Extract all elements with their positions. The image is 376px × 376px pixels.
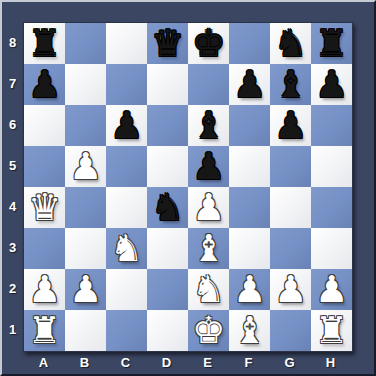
square-h6[interactable]	[311, 105, 352, 146]
square-d5[interactable]	[147, 146, 188, 187]
square-h5[interactable]	[311, 146, 352, 187]
black-pawn-e5: ♟	[188, 146, 229, 187]
square-c5[interactable]	[106, 146, 147, 187]
square-h8[interactable]: ♜	[311, 23, 352, 64]
square-g3[interactable]	[270, 228, 311, 269]
file-label-g: G	[269, 353, 310, 374]
square-c1[interactable]	[106, 310, 147, 351]
black-king-e8: ♚	[188, 23, 229, 64]
square-b7[interactable]	[65, 64, 106, 105]
rank-label-4: 4	[2, 186, 23, 227]
square-b3[interactable]	[65, 228, 106, 269]
white-rook-h1: ♜	[311, 310, 352, 351]
square-e4[interactable]: ♟	[188, 187, 229, 228]
white-pawn-h2: ♟	[311, 269, 352, 310]
square-a7[interactable]: ♟	[24, 64, 65, 105]
white-pawn-b5: ♟	[65, 146, 106, 187]
square-g2[interactable]: ♟	[270, 269, 311, 310]
square-e2[interactable]: ♞	[188, 269, 229, 310]
square-c3[interactable]: ♞	[106, 228, 147, 269]
square-a4[interactable]: ♛	[24, 187, 65, 228]
white-pawn-b2: ♟	[65, 269, 106, 310]
white-pawn-a2: ♟	[24, 269, 65, 310]
square-f5[interactable]	[229, 146, 270, 187]
white-knight-c3: ♞	[106, 228, 147, 269]
square-f4[interactable]	[229, 187, 270, 228]
file-label-e: E	[187, 353, 228, 374]
square-g7[interactable]: ♝	[270, 64, 311, 105]
square-d1[interactable]	[147, 310, 188, 351]
square-g8[interactable]: ♞	[270, 23, 311, 64]
file-label-d: D	[146, 353, 187, 374]
file-label-b: B	[64, 353, 105, 374]
black-knight-d4: ♞	[147, 187, 188, 228]
rank-label-8: 8	[2, 22, 23, 63]
square-d8[interactable]: ♛	[147, 23, 188, 64]
rank-label-2: 2	[2, 268, 23, 309]
white-knight-e2: ♞	[188, 269, 229, 310]
square-f1[interactable]: ♝	[229, 310, 270, 351]
black-pawn-f7: ♟	[229, 64, 270, 105]
square-f3[interactable]	[229, 228, 270, 269]
square-g4[interactable]	[270, 187, 311, 228]
board-frame: ♜♛♚♞♜♟♟♝♟♟♝♟♟♟♛♞♟♞♝♟♟♞♟♟♟♜♚♝♜ 87654321 A…	[0, 0, 376, 376]
square-e6[interactable]: ♝	[188, 105, 229, 146]
white-pawn-f2: ♟	[229, 269, 270, 310]
file-label-c: C	[105, 353, 146, 374]
square-b2[interactable]: ♟	[65, 269, 106, 310]
square-h2[interactable]: ♟	[311, 269, 352, 310]
square-e7[interactable]	[188, 64, 229, 105]
file-label-a: A	[23, 353, 64, 374]
square-b4[interactable]	[65, 187, 106, 228]
white-pawn-g2: ♟	[270, 269, 311, 310]
square-h1[interactable]: ♜	[311, 310, 352, 351]
square-g5[interactable]	[270, 146, 311, 187]
square-h3[interactable]	[311, 228, 352, 269]
square-e8[interactable]: ♚	[188, 23, 229, 64]
square-e3[interactable]: ♝	[188, 228, 229, 269]
white-pawn-e4: ♟	[188, 187, 229, 228]
black-knight-g8: ♞	[270, 23, 311, 64]
square-f7[interactable]: ♟	[229, 64, 270, 105]
square-c8[interactable]	[106, 23, 147, 64]
white-rook-a1: ♜	[24, 310, 65, 351]
square-e5[interactable]: ♟	[188, 146, 229, 187]
square-d7[interactable]	[147, 64, 188, 105]
black-rook-h8: ♜	[311, 23, 352, 64]
square-d2[interactable]	[147, 269, 188, 310]
square-a6[interactable]	[24, 105, 65, 146]
square-c6[interactable]: ♟	[106, 105, 147, 146]
white-king-e1: ♚	[188, 310, 229, 351]
square-d3[interactable]	[147, 228, 188, 269]
rank-label-5: 5	[2, 145, 23, 186]
square-b5[interactable]: ♟	[65, 146, 106, 187]
square-d4[interactable]: ♞	[147, 187, 188, 228]
square-b8[interactable]	[65, 23, 106, 64]
black-pawn-g6: ♟	[270, 105, 311, 146]
square-g1[interactable]	[270, 310, 311, 351]
rank-label-7: 7	[2, 63, 23, 104]
square-b1[interactable]	[65, 310, 106, 351]
square-f2[interactable]: ♟	[229, 269, 270, 310]
black-bishop-e6: ♝	[188, 105, 229, 146]
white-queen-a4: ♛	[24, 187, 65, 228]
rank-label-6: 6	[2, 104, 23, 145]
black-pawn-c6: ♟	[106, 105, 147, 146]
black-pawn-a7: ♟	[24, 64, 65, 105]
square-g6[interactable]: ♟	[270, 105, 311, 146]
square-a3[interactable]	[24, 228, 65, 269]
rank-label-3: 3	[2, 227, 23, 268]
chess-board: ♜♛♚♞♜♟♟♝♟♟♝♟♟♟♛♞♟♞♝♟♟♞♟♟♟♜♚♝♜	[23, 22, 353, 352]
rank-label-1: 1	[2, 309, 23, 350]
square-f8[interactable]	[229, 23, 270, 64]
black-bishop-g7: ♝	[270, 64, 311, 105]
square-c2[interactable]	[106, 269, 147, 310]
square-a1[interactable]: ♜	[24, 310, 65, 351]
square-a2[interactable]: ♟	[24, 269, 65, 310]
square-d6[interactable]	[147, 105, 188, 146]
square-h4[interactable]	[311, 187, 352, 228]
file-label-f: F	[228, 353, 269, 374]
black-rook-a8: ♜	[24, 23, 65, 64]
square-a5[interactable]	[24, 146, 65, 187]
white-bishop-f1: ♝	[229, 310, 270, 351]
white-bishop-e3: ♝	[188, 228, 229, 269]
square-h7[interactable]: ♟	[311, 64, 352, 105]
square-c4[interactable]	[106, 187, 147, 228]
square-c7[interactable]	[106, 64, 147, 105]
square-b6[interactable]	[65, 105, 106, 146]
square-a8[interactable]: ♜	[24, 23, 65, 64]
file-label-h: H	[310, 353, 351, 374]
square-e1[interactable]: ♚	[188, 310, 229, 351]
black-queen-d8: ♛	[147, 23, 188, 64]
square-f6[interactable]	[229, 105, 270, 146]
black-pawn-h7: ♟	[311, 64, 352, 105]
